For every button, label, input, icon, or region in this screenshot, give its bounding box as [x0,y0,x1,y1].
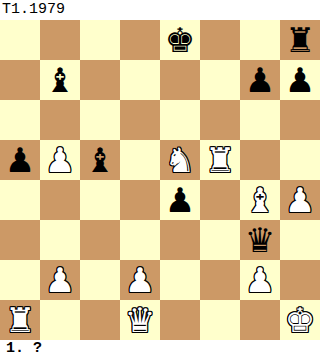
square-d2[interactable]: ♟ [120,260,160,300]
square-e2[interactable] [160,260,200,300]
black-pawn: ♟ [245,60,275,100]
square-d8[interactable] [120,20,160,60]
square-a5[interactable]: ♟ [0,140,40,180]
square-d6[interactable] [120,100,160,140]
square-c2[interactable] [80,260,120,300]
white-knight: ♞ [165,140,195,180]
square-b4[interactable] [40,180,80,220]
square-h3[interactable] [280,220,320,260]
chess-puzzle-page: T1.1979 ♚♜♝♟♟♟♟♝♞♜♟♝♟♛♟♟♟♜♛♚ 1. ? [0,0,320,360]
square-f5[interactable]: ♜ [200,140,240,180]
square-g2[interactable]: ♟ [240,260,280,300]
square-h2[interactable] [280,260,320,300]
square-b3[interactable] [40,220,80,260]
square-b5[interactable]: ♟ [40,140,80,180]
square-e4[interactable]: ♟ [160,180,200,220]
white-pawn: ♟ [285,180,315,220]
square-b8[interactable] [40,20,80,60]
square-h5[interactable] [280,140,320,180]
square-c8[interactable] [80,20,120,60]
square-e7[interactable] [160,60,200,100]
black-rook: ♜ [285,20,315,60]
square-c7[interactable] [80,60,120,100]
square-g3[interactable]: ♛ [240,220,280,260]
move-prompt: 1. ? [0,340,320,360]
square-d5[interactable] [120,140,160,180]
white-king: ♚ [285,300,315,340]
square-c3[interactable] [80,220,120,260]
square-d3[interactable] [120,220,160,260]
square-c6[interactable] [80,100,120,140]
square-g4[interactable]: ♝ [240,180,280,220]
square-d4[interactable] [120,180,160,220]
square-h7[interactable]: ♟ [280,60,320,100]
black-queen: ♛ [245,220,275,260]
square-e1[interactable] [160,300,200,340]
square-d1[interactable]: ♛ [120,300,160,340]
black-pawn: ♟ [5,140,35,180]
black-pawn: ♟ [165,180,195,220]
square-h1[interactable]: ♚ [280,300,320,340]
square-b6[interactable] [40,100,80,140]
square-e3[interactable] [160,220,200,260]
white-rook: ♜ [5,300,35,340]
square-h6[interactable] [280,100,320,140]
puzzle-title: T1.1979 [0,0,320,20]
square-g6[interactable] [240,100,280,140]
square-c5[interactable]: ♝ [80,140,120,180]
square-h8[interactable]: ♜ [280,20,320,60]
square-d7[interactable] [120,60,160,100]
square-e8[interactable]: ♚ [160,20,200,60]
square-b2[interactable]: ♟ [40,260,80,300]
square-b1[interactable] [40,300,80,340]
square-f8[interactable] [200,20,240,60]
black-pawn: ♟ [285,60,315,100]
square-g5[interactable] [240,140,280,180]
black-king: ♚ [165,20,195,60]
square-c1[interactable] [80,300,120,340]
square-c4[interactable] [80,180,120,220]
chess-board: ♚♜♝♟♟♟♟♝♞♜♟♝♟♛♟♟♟♜♛♚ [0,20,320,340]
square-h4[interactable]: ♟ [280,180,320,220]
square-a3[interactable] [0,220,40,260]
white-bishop: ♝ [245,180,275,220]
square-g8[interactable] [240,20,280,60]
square-e5[interactable]: ♞ [160,140,200,180]
square-f3[interactable] [200,220,240,260]
square-a8[interactable] [0,20,40,60]
square-f2[interactable] [200,260,240,300]
square-f4[interactable] [200,180,240,220]
square-a1[interactable]: ♜ [0,300,40,340]
square-a4[interactable] [0,180,40,220]
black-bishop: ♝ [85,140,115,180]
white-queen: ♛ [125,300,155,340]
square-g7[interactable]: ♟ [240,60,280,100]
white-pawn: ♟ [45,260,75,300]
square-a6[interactable] [0,100,40,140]
square-e6[interactable] [160,100,200,140]
square-f6[interactable] [200,100,240,140]
white-pawn: ♟ [45,140,75,180]
black-bishop: ♝ [45,60,75,100]
square-g1[interactable] [240,300,280,340]
square-b7[interactable]: ♝ [40,60,80,100]
square-f7[interactable] [200,60,240,100]
square-a2[interactable] [0,260,40,300]
square-f1[interactable] [200,300,240,340]
white-pawn: ♟ [125,260,155,300]
white-pawn: ♟ [245,260,275,300]
white-rook: ♜ [205,140,235,180]
square-a7[interactable] [0,60,40,100]
